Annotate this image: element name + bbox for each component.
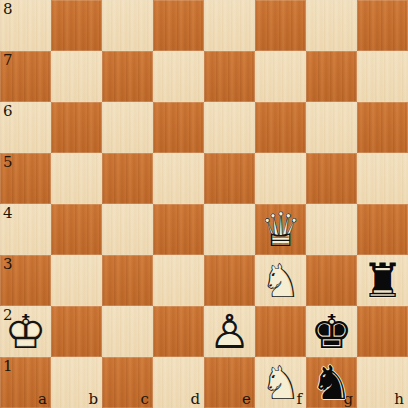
square-g5[interactable] (306, 153, 357, 204)
square-b6[interactable] (51, 102, 102, 153)
square-d7[interactable] (153, 51, 204, 102)
rank-label-3: 3 (3, 257, 13, 272)
square-a2[interactable]: 2♚♔ (0, 306, 51, 357)
square-c6[interactable] (102, 102, 153, 153)
square-g8[interactable] (306, 0, 357, 51)
square-e5[interactable] (204, 153, 255, 204)
rank-label-6: 6 (3, 104, 13, 119)
square-d3[interactable] (153, 255, 204, 306)
square-g6[interactable] (306, 102, 357, 153)
knight-outline-icon: ♘ (255, 255, 306, 306)
queen-outline-icon: ♕ (255, 204, 306, 255)
black-rook-h3[interactable]: ♜ (357, 255, 408, 306)
file-label-e: e (242, 392, 251, 407)
square-h7[interactable] (357, 51, 408, 102)
square-b7[interactable] (51, 51, 102, 102)
square-d2[interactable] (153, 306, 204, 357)
king-icon: ♚ (306, 306, 357, 357)
square-a1[interactable]: 1a (0, 357, 51, 408)
square-g3[interactable] (306, 255, 357, 306)
square-f5[interactable] (255, 153, 306, 204)
square-g2[interactable]: ♚ (306, 306, 357, 357)
white-knight-f3[interactable]: ♞♘ (255, 255, 306, 306)
square-a4[interactable]: 4 (0, 204, 51, 255)
square-b2[interactable] (51, 306, 102, 357)
square-h4[interactable] (357, 204, 408, 255)
square-c5[interactable] (102, 153, 153, 204)
white-pawn-e2[interactable]: ♟♙ (204, 306, 255, 357)
square-d1[interactable]: d (153, 357, 204, 408)
knight-outline-icon: ♘ (255, 357, 306, 408)
black-king-g2[interactable]: ♚ (306, 306, 357, 357)
square-e8[interactable] (204, 0, 255, 51)
white-queen-f4[interactable]: ♛♕ (255, 204, 306, 255)
chessboard: 87654♛♕3♞♘♜2♚♔♟♙♚1abcdef♞♘g♞h (0, 0, 408, 408)
square-a5[interactable]: 5 (0, 153, 51, 204)
square-e1[interactable]: e (204, 357, 255, 408)
square-e4[interactable] (204, 204, 255, 255)
square-h2[interactable] (357, 306, 408, 357)
square-e7[interactable] (204, 51, 255, 102)
square-c3[interactable] (102, 255, 153, 306)
rank-label-4: 4 (3, 206, 13, 221)
square-b5[interactable] (51, 153, 102, 204)
square-d6[interactable] (153, 102, 204, 153)
square-c1[interactable]: c (102, 357, 153, 408)
pawn-outline-icon: ♙ (204, 306, 255, 357)
square-h8[interactable] (357, 0, 408, 51)
square-e3[interactable] (204, 255, 255, 306)
square-a6[interactable]: 6 (0, 102, 51, 153)
rank-label-7: 7 (3, 53, 13, 68)
square-f8[interactable] (255, 0, 306, 51)
square-d5[interactable] (153, 153, 204, 204)
square-d8[interactable] (153, 0, 204, 51)
square-h5[interactable] (357, 153, 408, 204)
rank-label-1: 1 (3, 359, 13, 374)
square-f1[interactable]: f♞♘ (255, 357, 306, 408)
file-label-b: b (88, 392, 98, 407)
square-e6[interactable] (204, 102, 255, 153)
square-a3[interactable]: 3 (0, 255, 51, 306)
knight-icon: ♞ (306, 357, 357, 408)
file-label-d: d (190, 392, 200, 407)
king-outline-icon: ♔ (0, 306, 51, 357)
square-d4[interactable] (153, 204, 204, 255)
square-f6[interactable] (255, 102, 306, 153)
square-g1[interactable]: g♞ (306, 357, 357, 408)
square-f3[interactable]: ♞♘ (255, 255, 306, 306)
square-f4[interactable]: ♛♕ (255, 204, 306, 255)
square-b4[interactable] (51, 204, 102, 255)
square-b8[interactable] (51, 0, 102, 51)
rank-label-8: 8 (3, 2, 13, 17)
square-g7[interactable] (306, 51, 357, 102)
square-c7[interactable] (102, 51, 153, 102)
square-h6[interactable] (357, 102, 408, 153)
square-c2[interactable] (102, 306, 153, 357)
white-king-a2[interactable]: ♚♔ (0, 306, 51, 357)
square-b1[interactable]: b (51, 357, 102, 408)
rook-icon: ♜ (357, 255, 408, 306)
square-c8[interactable] (102, 0, 153, 51)
square-b3[interactable] (51, 255, 102, 306)
file-label-h: h (394, 392, 404, 407)
file-label-a: a (38, 392, 47, 407)
square-h3[interactable]: ♜ (357, 255, 408, 306)
rank-label-5: 5 (3, 155, 13, 170)
square-c4[interactable] (102, 204, 153, 255)
file-label-c: c (141, 392, 149, 407)
white-knight-f1[interactable]: ♞♘ (255, 357, 306, 408)
square-f7[interactable] (255, 51, 306, 102)
square-f2[interactable] (255, 306, 306, 357)
square-h1[interactable]: h (357, 357, 408, 408)
square-a8[interactable]: 8 (0, 0, 51, 51)
square-a7[interactable]: 7 (0, 51, 51, 102)
square-e2[interactable]: ♟♙ (204, 306, 255, 357)
square-g4[interactable] (306, 204, 357, 255)
black-knight-g1[interactable]: ♞ (306, 357, 357, 408)
